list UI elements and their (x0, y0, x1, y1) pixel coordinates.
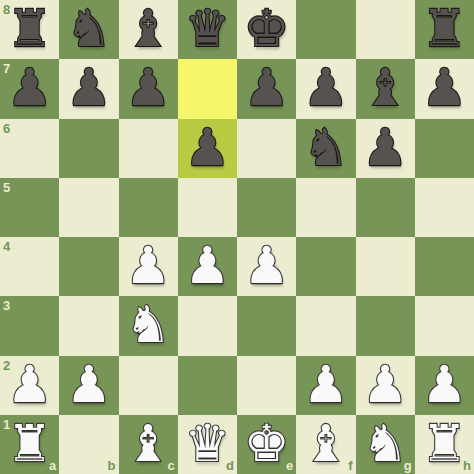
rank-label-5: 5 (3, 181, 10, 194)
piece-black-knight-b8[interactable]: ♞ (66, 3, 112, 54)
piece-white-bishop-f1[interactable]: ♝ (303, 418, 349, 469)
piece-black-pawn-e7[interactable]: ♟ (244, 62, 290, 113)
square-h5[interactable] (415, 178, 474, 237)
square-g7[interactable]: ♝ (356, 59, 415, 118)
square-c4[interactable]: ♟ (119, 237, 178, 296)
piece-white-rook-a1[interactable]: ♜ (7, 418, 53, 469)
piece-black-king-e8[interactable]: ♚ (244, 3, 290, 54)
piece-white-pawn-b2[interactable]: ♟ (66, 359, 112, 410)
square-a8[interactable]: 8♜ (0, 0, 59, 59)
rank-label-4: 4 (3, 240, 10, 253)
square-h4[interactable] (415, 237, 474, 296)
file-label-b: b (108, 459, 116, 472)
square-d8[interactable]: ♛ (178, 0, 237, 59)
piece-white-pawn-e4[interactable]: ♟ (244, 240, 290, 291)
piece-white-bishop-c1[interactable]: ♝ (125, 418, 171, 469)
chess-board-container: 8♜♞♝♛♚♜7♟♟♟♟♟♝♟6♟♞♟54♟♟♟3♞2♟♟♟♟♟1a♜bc♝d♛… (0, 0, 474, 474)
piece-white-pawn-a2[interactable]: ♟ (7, 359, 53, 410)
square-c7[interactable]: ♟ (119, 59, 178, 118)
square-g1[interactable]: g♞ (356, 415, 415, 474)
piece-white-pawn-d4[interactable]: ♟ (185, 240, 231, 291)
square-f3[interactable] (296, 296, 355, 355)
square-c1[interactable]: c♝ (119, 415, 178, 474)
square-b5[interactable] (59, 178, 118, 237)
square-e5[interactable] (237, 178, 296, 237)
piece-black-bishop-g7[interactable]: ♝ (362, 62, 408, 113)
piece-white-pawn-h2[interactable]: ♟ (422, 359, 468, 410)
rank-label-3: 3 (3, 299, 10, 312)
square-g3[interactable] (356, 296, 415, 355)
square-b7[interactable]: ♟ (59, 59, 118, 118)
square-b4[interactable] (59, 237, 118, 296)
file-label-f: f (348, 459, 352, 472)
square-b6[interactable] (59, 119, 118, 178)
piece-black-bishop-c8[interactable]: ♝ (125, 3, 171, 54)
square-b8[interactable]: ♞ (59, 0, 118, 59)
square-f6[interactable]: ♞ (296, 119, 355, 178)
square-g6[interactable]: ♟ (356, 119, 415, 178)
square-e6[interactable] (237, 119, 296, 178)
piece-white-pawn-g2[interactable]: ♟ (362, 359, 408, 410)
square-a4[interactable]: 4 (0, 237, 59, 296)
square-a6[interactable]: 6 (0, 119, 59, 178)
square-c8[interactable]: ♝ (119, 0, 178, 59)
square-c5[interactable] (119, 178, 178, 237)
piece-black-pawn-h7[interactable]: ♟ (422, 62, 468, 113)
piece-black-pawn-a7[interactable]: ♟ (7, 62, 53, 113)
piece-white-knight-g1[interactable]: ♞ (362, 418, 408, 469)
square-f7[interactable]: ♟ (296, 59, 355, 118)
square-h1[interactable]: h♜ (415, 415, 474, 474)
square-h6[interactable] (415, 119, 474, 178)
square-c3[interactable]: ♞ (119, 296, 178, 355)
piece-white-knight-c3[interactable]: ♞ (125, 299, 171, 350)
piece-white-rook-h1[interactable]: ♜ (422, 418, 468, 469)
piece-white-queen-d1[interactable]: ♛ (185, 418, 231, 469)
chess-board: 8♜♞♝♛♚♜7♟♟♟♟♟♝♟6♟♞♟54♟♟♟3♞2♟♟♟♟♟1a♜bc♝d♛… (0, 0, 474, 474)
square-b3[interactable] (59, 296, 118, 355)
square-f4[interactable] (296, 237, 355, 296)
rank-label-6: 6 (3, 122, 10, 135)
square-f2[interactable]: ♟ (296, 356, 355, 415)
square-e8[interactable]: ♚ (237, 0, 296, 59)
piece-black-pawn-b7[interactable]: ♟ (66, 62, 112, 113)
square-g4[interactable] (356, 237, 415, 296)
piece-black-pawn-d6[interactable]: ♟ (185, 122, 231, 173)
piece-black-queen-d8[interactable]: ♛ (185, 3, 231, 54)
square-d3[interactable] (178, 296, 237, 355)
square-f8[interactable] (296, 0, 355, 59)
square-a3[interactable]: 3 (0, 296, 59, 355)
square-d1[interactable]: d♛ (178, 415, 237, 474)
square-a5[interactable]: 5 (0, 178, 59, 237)
square-h8[interactable]: ♜ (415, 0, 474, 59)
square-e4[interactable]: ♟ (237, 237, 296, 296)
square-e1[interactable]: e♚ (237, 415, 296, 474)
piece-white-pawn-c4[interactable]: ♟ (125, 240, 171, 291)
square-a7[interactable]: 7♟ (0, 59, 59, 118)
square-d6[interactable]: ♟ (178, 119, 237, 178)
square-h3[interactable] (415, 296, 474, 355)
square-f5[interactable] (296, 178, 355, 237)
piece-white-king-e1[interactable]: ♚ (244, 418, 290, 469)
square-e7[interactable]: ♟ (237, 59, 296, 118)
square-g5[interactable] (356, 178, 415, 237)
square-d7[interactable] (178, 59, 237, 118)
square-c6[interactable] (119, 119, 178, 178)
square-a1[interactable]: 1a♜ (0, 415, 59, 474)
piece-white-pawn-f2[interactable]: ♟ (303, 359, 349, 410)
square-b1[interactable]: b (59, 415, 118, 474)
square-a2[interactable]: 2♟ (0, 356, 59, 415)
square-b2[interactable]: ♟ (59, 356, 118, 415)
square-e3[interactable] (237, 296, 296, 355)
piece-black-pawn-c7[interactable]: ♟ (125, 62, 171, 113)
square-f1[interactable]: f♝ (296, 415, 355, 474)
piece-black-rook-h8[interactable]: ♜ (422, 3, 468, 54)
square-g2[interactable]: ♟ (356, 356, 415, 415)
piece-black-pawn-g6[interactable]: ♟ (362, 122, 408, 173)
piece-black-pawn-f7[interactable]: ♟ (303, 62, 349, 113)
square-c2[interactable] (119, 356, 178, 415)
piece-black-knight-f6[interactable]: ♞ (303, 122, 349, 173)
square-d4[interactable]: ♟ (178, 237, 237, 296)
square-d2[interactable] (178, 356, 237, 415)
piece-black-rook-a8[interactable]: ♜ (7, 3, 53, 54)
square-d5[interactable] (178, 178, 237, 237)
square-h7[interactable]: ♟ (415, 59, 474, 118)
square-h2[interactable]: ♟ (415, 356, 474, 415)
square-g8[interactable] (356, 0, 415, 59)
square-e2[interactable] (237, 356, 296, 415)
